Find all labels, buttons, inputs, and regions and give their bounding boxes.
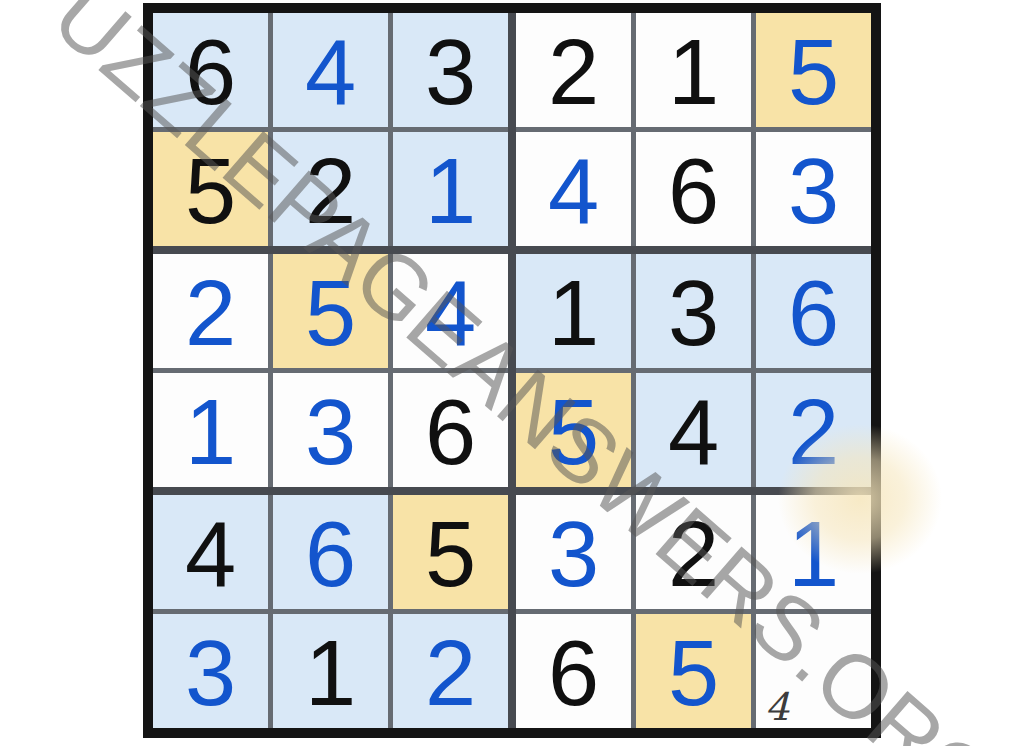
cell-r6c4: 6 (516, 614, 631, 728)
cell-r2c4: 4 (516, 132, 631, 246)
digit: 4 (548, 141, 599, 237)
cell-r1c2: 4 (273, 13, 388, 127)
box-border-vertical (508, 13, 516, 728)
cell-r6c3: 2 (393, 614, 508, 728)
cell-r2c3: 1 (393, 132, 508, 246)
digit: 2 (305, 141, 356, 237)
digit: 5 (668, 623, 719, 719)
cell-r5c4: 3 (516, 495, 631, 609)
cell-r1c4: 2 (516, 13, 631, 127)
cell-r5c2: 6 (273, 495, 388, 609)
cell-r1c1: 6 (153, 13, 268, 127)
cell-r4c1: 1 (153, 373, 268, 487)
digit: 2 (668, 504, 719, 600)
digit: 6 (668, 141, 719, 237)
cell-r1c6: 5 (756, 13, 871, 127)
digit: 3 (305, 382, 356, 478)
digit: 2 (788, 382, 839, 478)
cell-r3c2: 5 (273, 254, 388, 368)
digit: 2 (548, 22, 599, 118)
cell-r6c5: 5 (636, 614, 751, 728)
digit: 4 (668, 382, 719, 478)
cell-r3c1: 2 (153, 254, 268, 368)
cell-r2c1: 5 (153, 132, 268, 246)
digit: 2 (425, 623, 476, 719)
digit: 4 (305, 22, 356, 118)
digit: 1 (425, 141, 476, 237)
cell-r1c5: 1 (636, 13, 751, 127)
cell-r6c2: 1 (273, 614, 388, 728)
box-border-horizontal-2 (153, 487, 871, 495)
cell-r3c5: 3 (636, 254, 751, 368)
digit: 3 (185, 623, 236, 719)
digit: 3 (425, 22, 476, 118)
cell-r3c3: 4 (393, 254, 508, 368)
digit: 4 (185, 504, 236, 600)
cell-r1c3: 3 (393, 13, 508, 127)
cell-r5c5: 2 (636, 495, 751, 609)
digit: 6 (425, 382, 476, 478)
cell-r2c2: 2 (273, 132, 388, 246)
cell-r3c6: 6 (756, 254, 871, 368)
digit: 5 (548, 382, 599, 478)
cell-r4c2: 3 (273, 373, 388, 487)
board: 643215521463254136136542465321312654 (143, 3, 881, 738)
digit: 6 (548, 623, 599, 719)
digit: 1 (668, 22, 719, 118)
digit: 5 (305, 263, 356, 359)
digit: 1 (548, 263, 599, 359)
cell-r2c6: 3 (756, 132, 871, 246)
digit: 1 (788, 504, 839, 600)
digit: 5 (425, 504, 476, 600)
cell-r5c1: 4 (153, 495, 268, 609)
digit: 3 (788, 141, 839, 237)
digit: 6 (305, 504, 356, 600)
digit: 6 (185, 22, 236, 118)
box-border-horizontal-1 (153, 246, 871, 254)
cell-r3c4: 1 (516, 254, 631, 368)
pencil-mark: 4 (765, 688, 789, 726)
digit: 1 (185, 382, 236, 478)
cell-r4c3: 6 (393, 373, 508, 487)
digit: 6 (788, 263, 839, 359)
cell-r4c5: 4 (636, 373, 751, 487)
cell-r2c5: 6 (636, 132, 751, 246)
cell-r6c6: 4 (756, 614, 871, 728)
digit: 3 (668, 263, 719, 359)
digit: 5 (185, 141, 236, 237)
digit: 3 (548, 504, 599, 600)
cell-r6c1: 3 (153, 614, 268, 728)
cell-r4c6: 2 (756, 373, 871, 487)
cell-r5c3: 5 (393, 495, 508, 609)
digit: 4 (425, 263, 476, 359)
digit: 2 (185, 263, 236, 359)
digit: 5 (788, 22, 839, 118)
cell-r4c4: 5 (516, 373, 631, 487)
cell-r5c6: 1 (756, 495, 871, 609)
digit: 1 (305, 623, 356, 719)
